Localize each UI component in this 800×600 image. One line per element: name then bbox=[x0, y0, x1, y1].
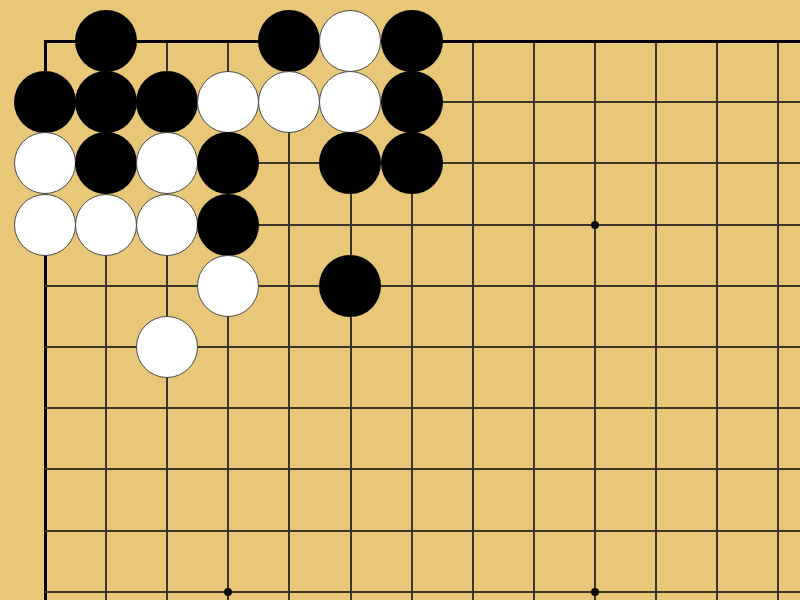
black-stone bbox=[197, 132, 259, 194]
white-stone bbox=[14, 194, 76, 256]
black-stone bbox=[75, 71, 137, 133]
black-stone bbox=[319, 255, 381, 317]
white-stone bbox=[197, 255, 259, 317]
go-board[interactable] bbox=[0, 0, 800, 600]
white-stone bbox=[258, 71, 320, 133]
white-stone bbox=[136, 316, 198, 378]
white-stone bbox=[319, 10, 381, 72]
black-stone bbox=[136, 71, 198, 133]
black-stone bbox=[75, 132, 137, 194]
white-stone bbox=[14, 132, 76, 194]
black-stone bbox=[319, 132, 381, 194]
black-stone bbox=[14, 71, 76, 133]
white-stone bbox=[136, 132, 198, 194]
black-stone bbox=[381, 10, 443, 72]
black-stone bbox=[381, 71, 443, 133]
white-stone bbox=[197, 71, 259, 133]
black-stone bbox=[75, 10, 137, 72]
stones-layer[interactable] bbox=[14, 10, 800, 600]
white-stone bbox=[319, 71, 381, 133]
black-stone bbox=[381, 132, 443, 194]
white-stone bbox=[136, 194, 198, 256]
black-stone bbox=[258, 10, 320, 72]
white-stone bbox=[75, 194, 137, 256]
black-stone bbox=[197, 194, 259, 256]
